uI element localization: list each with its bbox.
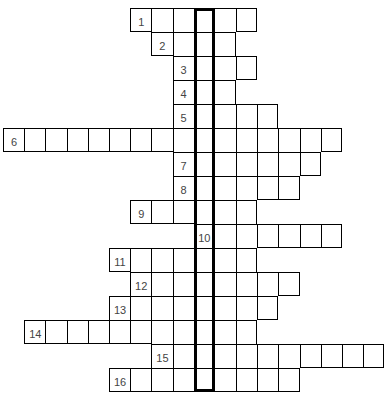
cell-r10-c13[interactable] [278, 224, 299, 248]
cell-r9-c6[interactable]: 9 [130, 200, 151, 224]
cell-r15-c10[interactable] [215, 344, 236, 368]
cell-r1-c6[interactable]: 1 [130, 8, 151, 32]
clue-number-12: 12 [135, 281, 147, 292]
cell-r14-c6[interactable] [130, 320, 151, 344]
cell-r10-c14[interactable] [300, 224, 321, 248]
cell-r8-c12[interactable] [257, 176, 278, 200]
clue-number-8: 8 [181, 185, 187, 196]
clue-number-7: 7 [181, 161, 187, 172]
cell-r5-c12[interactable] [257, 104, 278, 128]
solution-cell-r2-c9[interactable] [194, 32, 215, 56]
clue-number-4: 4 [181, 89, 187, 100]
cell-r10-c10[interactable] [215, 224, 236, 248]
cell-r9-c10[interactable] [215, 200, 236, 224]
cell-r6-c3[interactable] [67, 128, 88, 152]
cell-r14-c4[interactable] [88, 320, 109, 344]
cell-r2-c7[interactable]: 2 [151, 32, 172, 56]
cell-r16-c11[interactable] [236, 368, 257, 392]
cell-r3-c8[interactable]: 3 [173, 56, 194, 80]
solution-cell-r12-c9[interactable] [194, 272, 215, 296]
cell-r13-c12[interactable] [257, 296, 278, 320]
cell-r14-c10[interactable] [215, 320, 236, 344]
cell-r14-c5[interactable] [109, 320, 130, 344]
cell-r6-c6[interactable] [130, 128, 151, 152]
cell-r4-c8[interactable]: 4 [173, 80, 194, 104]
cell-r14-c1[interactable]: 14 [24, 320, 45, 344]
cell-r5-c8[interactable]: 5 [173, 104, 194, 128]
cell-r4-c10[interactable] [215, 80, 236, 104]
solution-cell-r7-c9[interactable] [194, 152, 215, 176]
cell-r6-c0[interactable]: 6 [3, 128, 24, 152]
cell-r3-c10[interactable] [215, 56, 236, 80]
cell-r6-c10[interactable] [215, 128, 236, 152]
cell-r6-c4[interactable] [88, 128, 109, 152]
cell-r16-c10[interactable] [215, 368, 236, 392]
cell-r1-c7[interactable] [151, 8, 172, 32]
cell-r8-c11[interactable] [236, 176, 257, 200]
clue-number-5: 5 [181, 113, 187, 124]
clue-number-15: 15 [156, 353, 168, 364]
cell-r15-c8[interactable] [173, 344, 194, 368]
cell-r9-c8[interactable] [173, 200, 194, 224]
cell-r12-c8[interactable] [173, 272, 194, 296]
cell-r12-c6[interactable]: 12 [130, 272, 151, 296]
solution-cell-r10-c9[interactable]: 10 [194, 224, 215, 248]
cell-r10-c12[interactable] [257, 224, 278, 248]
clue-number-10: 10 [198, 233, 210, 244]
cell-r15-c7[interactable]: 15 [151, 344, 172, 368]
solution-cell-r3-c9[interactable] [194, 56, 215, 80]
solution-cell-r4-c9[interactable] [194, 80, 215, 104]
solution-cell-r6-c9[interactable] [194, 128, 215, 152]
cell-r6-c11[interactable] [236, 128, 257, 152]
cell-r16-c8[interactable] [173, 368, 194, 392]
cell-r10-c15[interactable] [321, 224, 342, 248]
cell-r7-c10[interactable] [215, 152, 236, 176]
cell-r8-c13[interactable] [278, 176, 299, 200]
cell-r5-c11[interactable] [236, 104, 257, 128]
cell-r16-c12[interactable] [257, 368, 278, 392]
cell-r6-c13[interactable] [278, 128, 299, 152]
solution-cell-r13-c9[interactable] [194, 296, 215, 320]
solution-cell-r9-c9[interactable] [194, 200, 215, 224]
cell-r12-c11[interactable] [236, 272, 257, 296]
cell-r12-c12[interactable] [257, 272, 278, 296]
solution-cell-r11-c9[interactable] [194, 248, 215, 272]
cell-r16-c7[interactable] [151, 368, 172, 392]
cell-r9-c7[interactable] [151, 200, 172, 224]
cell-r11-c8[interactable] [173, 248, 194, 272]
cell-r11-c11[interactable] [236, 248, 257, 272]
solution-cell-r8-c9[interactable] [194, 176, 215, 200]
cell-r14-c2[interactable] [45, 320, 66, 344]
cell-r6-c14[interactable] [300, 128, 321, 152]
cell-r11-c7[interactable] [151, 248, 172, 272]
clue-number-3: 3 [181, 65, 187, 76]
clue-number-11: 11 [114, 257, 125, 268]
cell-r15-c16[interactable] [342, 344, 363, 368]
cell-r7-c8[interactable]: 7 [173, 152, 194, 176]
cell-r1-c11[interactable] [236, 8, 257, 32]
cell-r6-c7[interactable] [151, 128, 172, 152]
cell-r13-c11[interactable] [236, 296, 257, 320]
cell-r1-c8[interactable] [173, 8, 194, 32]
cell-r7-c13[interactable] [278, 152, 299, 176]
cell-r11-c10[interactable] [215, 248, 236, 272]
cell-r15-c14[interactable] [300, 344, 321, 368]
crossword-board: 12345678910111213141516 [3, 8, 384, 392]
cell-r15-c17[interactable] [363, 344, 384, 368]
solution-cell-r1-c9[interactable] [194, 8, 215, 32]
cell-r6-c8[interactable] [173, 128, 194, 152]
cell-r6-c1[interactable] [24, 128, 45, 152]
cell-r14-c3[interactable] [67, 320, 88, 344]
cell-r16-c6[interactable] [130, 368, 151, 392]
cell-r11-c5[interactable]: 11 [109, 248, 130, 272]
clue-number-1: 1 [138, 17, 144, 28]
cell-r11-c6[interactable] [130, 248, 151, 272]
cell-r15-c12[interactable] [257, 344, 278, 368]
cell-r6-c15[interactable] [321, 128, 342, 152]
cell-r12-c13[interactable] [278, 272, 299, 296]
cell-r13-c6[interactable] [130, 296, 151, 320]
clue-number-2: 2 [159, 41, 165, 52]
cell-r12-c7[interactable] [151, 272, 172, 296]
cell-r14-c7[interactable] [151, 320, 172, 344]
solution-cell-r16-c9[interactable] [194, 368, 215, 392]
cell-r16-c5[interactable]: 16 [109, 368, 130, 392]
cell-r2-c10[interactable] [215, 32, 236, 56]
cell-r7-c11[interactable] [236, 152, 257, 176]
cell-r14-c11[interactable] [236, 320, 257, 344]
solution-cell-r14-c9[interactable] [194, 320, 215, 344]
cell-r14-c8[interactable] [173, 320, 194, 344]
cell-r8-c8[interactable]: 8 [173, 176, 194, 200]
cell-r6-c5[interactable] [109, 128, 130, 152]
cell-r5-c10[interactable] [215, 104, 236, 128]
cell-r13-c8[interactable] [173, 296, 194, 320]
cell-r15-c13[interactable] [278, 344, 299, 368]
cell-r13-c7[interactable] [151, 296, 172, 320]
cell-r1-c10[interactable] [215, 8, 236, 32]
cell-r7-c14[interactable] [300, 152, 321, 176]
cell-r13-c10[interactable] [215, 296, 236, 320]
solution-cell-r5-c9[interactable] [194, 104, 215, 128]
clue-number-13: 13 [114, 305, 126, 316]
clue-number-14: 14 [29, 329, 41, 340]
cell-r6-c12[interactable] [257, 128, 278, 152]
cell-r2-c8[interactable] [173, 32, 194, 56]
cell-r13-c5[interactable]: 13 [109, 296, 130, 320]
clue-number-16: 16 [114, 377, 126, 388]
solution-cell-r15-c9[interactable] [194, 344, 215, 368]
clue-number-6: 6 [11, 137, 17, 148]
cell-r6-c2[interactable] [45, 128, 66, 152]
cell-r15-c15[interactable] [321, 344, 342, 368]
cell-r9-c11[interactable] [236, 200, 257, 224]
cell-r8-c10[interactable] [215, 176, 236, 200]
cell-r10-c11[interactable] [236, 224, 257, 248]
cell-r3-c11[interactable] [236, 56, 257, 80]
cell-r16-c13[interactable] [278, 368, 299, 392]
clue-number-9: 9 [138, 209, 144, 220]
cell-r15-c11[interactable] [236, 344, 257, 368]
cell-r12-c10[interactable] [215, 272, 236, 296]
cell-r7-c12[interactable] [257, 152, 278, 176]
